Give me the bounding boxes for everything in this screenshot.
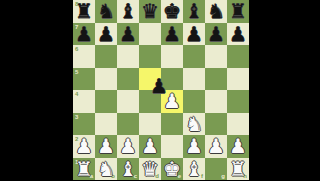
square-f5[interactable] <box>183 68 205 91</box>
square-d6[interactable] <box>139 45 161 68</box>
rank-label-4: 4 <box>75 91 78 97</box>
square-c6[interactable] <box>117 45 139 68</box>
letterbox-right <box>249 0 320 180</box>
square-c5[interactable] <box>117 68 139 91</box>
white-rook[interactable]: ♜ <box>227 158 249 181</box>
square-h6[interactable] <box>227 45 249 68</box>
square-h3[interactable] <box>227 113 249 136</box>
black-pawn[interactable]: ♟ <box>95 23 117 46</box>
black-bishop[interactable]: ♝ <box>117 0 139 23</box>
chess-board[interactable]: 87654321abcdefgh♜♞♝♛♚♝♞♜♟♟♟♟♟♟♟♟♟♞♟♟♟♟♟♟… <box>73 0 249 180</box>
square-f6[interactable] <box>183 45 205 68</box>
square-g5[interactable] <box>205 68 227 91</box>
black-knight[interactable]: ♞ <box>95 0 117 23</box>
video-frame: 87654321abcdefgh♜♞♝♛♚♝♞♜♟♟♟♟♟♟♟♟♟♞♟♟♟♟♟♟… <box>0 0 320 180</box>
square-e3[interactable] <box>161 113 183 136</box>
white-bishop[interactable]: ♝ <box>183 158 205 181</box>
square-c4[interactable] <box>117 90 139 113</box>
white-pawn[interactable]: ♟ <box>139 135 161 158</box>
square-b3[interactable] <box>95 113 117 136</box>
square-d7[interactable] <box>139 23 161 46</box>
white-pawn[interactable]: ♟ <box>95 135 117 158</box>
square-a6[interactable]: 6 <box>73 45 95 68</box>
black-pawn[interactable]: ♟ <box>117 23 139 46</box>
square-h5[interactable] <box>227 68 249 91</box>
square-e2[interactable] <box>161 135 183 158</box>
white-king[interactable]: ♚ <box>161 158 183 181</box>
white-pawn[interactable]: ♟ <box>161 90 183 113</box>
white-pawn[interactable]: ♟ <box>73 135 95 158</box>
square-d3[interactable] <box>139 113 161 136</box>
white-knight[interactable]: ♞ <box>183 113 205 136</box>
square-g4[interactable] <box>205 90 227 113</box>
black-pawn[interactable]: ♟ <box>205 23 227 46</box>
black-knight[interactable]: ♞ <box>205 0 227 23</box>
black-king[interactable]: ♚ <box>161 0 183 23</box>
square-a5[interactable]: 5 <box>73 68 95 91</box>
rank-label-3: 3 <box>75 114 78 120</box>
square-a3[interactable]: 3 <box>73 113 95 136</box>
square-g3[interactable] <box>205 113 227 136</box>
square-b4[interactable] <box>95 90 117 113</box>
white-rook[interactable]: ♜ <box>73 158 95 181</box>
file-label-g: g <box>221 173 225 179</box>
black-pawn[interactable]: ♟ <box>73 23 95 46</box>
square-c3[interactable] <box>117 113 139 136</box>
white-pawn[interactable]: ♟ <box>205 135 227 158</box>
white-queen[interactable]: ♛ <box>139 158 161 181</box>
square-b6[interactable] <box>95 45 117 68</box>
square-b5[interactable] <box>95 68 117 91</box>
black-rook[interactable]: ♜ <box>73 0 95 23</box>
black-bishop[interactable]: ♝ <box>183 0 205 23</box>
letterbox-left <box>0 0 73 180</box>
black-pawn[interactable]: ♟ <box>227 23 249 46</box>
white-pawn[interactable]: ♟ <box>183 135 205 158</box>
rank-label-5: 5 <box>75 69 78 75</box>
white-knight[interactable]: ♞ <box>95 158 117 181</box>
square-g1[interactable]: g <box>205 158 227 181</box>
square-h4[interactable] <box>227 90 249 113</box>
square-f4[interactable] <box>183 90 205 113</box>
white-pawn[interactable]: ♟ <box>117 135 139 158</box>
black-queen[interactable]: ♛ <box>139 0 161 23</box>
white-pawn[interactable]: ♟ <box>227 135 249 158</box>
black-pawn[interactable]: ♟ <box>161 23 183 46</box>
square-e6[interactable] <box>161 45 183 68</box>
black-rook[interactable]: ♜ <box>227 0 249 23</box>
black-pawn[interactable]: ♟ <box>183 23 205 46</box>
rank-label-6: 6 <box>75 46 78 52</box>
square-g6[interactable] <box>205 45 227 68</box>
square-a4[interactable]: 4 <box>73 90 95 113</box>
white-bishop[interactable]: ♝ <box>117 158 139 181</box>
